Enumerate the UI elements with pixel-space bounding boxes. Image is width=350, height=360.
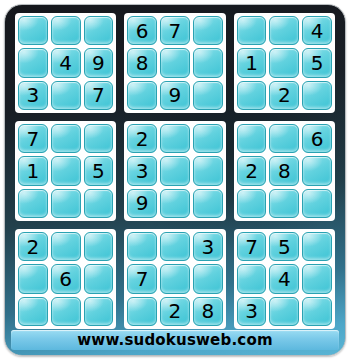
sudoku-cell-r1c9: 4 [302, 16, 332, 45]
sudoku-cell-r9c7: 3 [237, 297, 267, 326]
sudoku-cell-r8c9[interactable] [302, 264, 332, 293]
sudoku-cell-r2c8[interactable] [269, 48, 299, 77]
sudoku-cell-r9c8[interactable] [269, 297, 299, 326]
sudoku-cell-r6c2[interactable] [51, 189, 81, 218]
sudoku-cell-r3c9[interactable] [302, 81, 332, 110]
sudoku-cell-r1c8[interactable] [269, 16, 299, 45]
sudoku-cell-r2c4: 8 [127, 48, 157, 77]
sudoku-box-1: 4937 [15, 13, 116, 113]
sudoku-cell-r9c5: 2 [160, 297, 190, 326]
sudoku-cell-r4c8[interactable] [269, 124, 299, 153]
sudoku-cell-r5c3: 5 [84, 156, 114, 185]
sudoku-cell-r4c4: 2 [127, 124, 157, 153]
sudoku-cell-r6c7[interactable] [237, 189, 267, 218]
sudoku-cell-r6c1[interactable] [18, 189, 48, 218]
sudoku-cell-r1c4: 6 [127, 16, 157, 45]
sudoku-cell-r8c8: 4 [269, 264, 299, 293]
sudoku-cell-r7c4[interactable] [127, 232, 157, 261]
sudoku-box-4: 715 [15, 121, 116, 221]
sudoku-box-9: 7543 [234, 229, 335, 329]
sudoku-cell-r5c7: 2 [237, 156, 267, 185]
sudoku-box-8: 3728 [124, 229, 225, 329]
sudoku-cell-r2c5[interactable] [160, 48, 190, 77]
sudoku-cell-r3c2[interactable] [51, 81, 81, 110]
sudoku-cell-r5c1: 1 [18, 156, 48, 185]
sudoku-cell-r1c3[interactable] [84, 16, 114, 45]
sudoku-cell-r4c1: 7 [18, 124, 48, 153]
sudoku-cell-r5c6[interactable] [193, 156, 223, 185]
sudoku-cell-r2c2: 4 [51, 48, 81, 77]
sudoku-cell-r4c5[interactable] [160, 124, 190, 153]
footer-band: www.sudokusweb.com [11, 330, 339, 350]
sudoku-cell-r1c5: 7 [160, 16, 190, 45]
sudoku-cell-r8c1[interactable] [18, 264, 48, 293]
sudoku-cell-r3c1: 3 [18, 81, 48, 110]
sudoku-cell-r6c3[interactable] [84, 189, 114, 218]
sudoku-cell-r1c1[interactable] [18, 16, 48, 45]
sudoku-box-6: 628 [234, 121, 335, 221]
sudoku-cell-r7c7: 7 [237, 232, 267, 261]
sudoku-cell-r5c5[interactable] [160, 156, 190, 185]
sudoku-cell-r7c6: 3 [193, 232, 223, 261]
sudoku-cell-r5c4: 3 [127, 156, 157, 185]
sudoku-cell-r6c4: 9 [127, 189, 157, 218]
sudoku-cell-r1c7[interactable] [237, 16, 267, 45]
sudoku-cell-r3c4[interactable] [127, 81, 157, 110]
sudoku-cell-r2c7: 1 [237, 48, 267, 77]
sudoku-cell-r9c6: 8 [193, 297, 223, 326]
sudoku-cell-r2c1[interactable] [18, 48, 48, 77]
sudoku-cell-r9c1[interactable] [18, 297, 48, 326]
sudoku-cell-r7c2[interactable] [51, 232, 81, 261]
sudoku-cell-r7c8: 5 [269, 232, 299, 261]
website-link[interactable]: www.sudokusweb.com [77, 331, 272, 349]
sudoku-cell-r6c8[interactable] [269, 189, 299, 218]
sudoku-cell-r1c2[interactable] [51, 16, 81, 45]
sudoku-cell-r4c7[interactable] [237, 124, 267, 153]
sudoku-cell-r9c4[interactable] [127, 297, 157, 326]
sudoku-cell-r1c6[interactable] [193, 16, 223, 45]
page: 4937678941527152396282637287543 www.sudo… [0, 0, 350, 360]
sudoku-cell-r6c6[interactable] [193, 189, 223, 218]
sudoku-box-7: 26 [15, 229, 116, 329]
sudoku-cell-r8c3[interactable] [84, 264, 114, 293]
sudoku-cell-r6c5[interactable] [160, 189, 190, 218]
sudoku-board-frame: 4937678941527152396282637287543 www.sudo… [4, 4, 346, 356]
sudoku-cell-r4c3[interactable] [84, 124, 114, 153]
sudoku-cell-r9c9[interactable] [302, 297, 332, 326]
sudoku-grid: 4937678941527152396282637287543 [15, 13, 335, 329]
sudoku-cell-r4c2[interactable] [51, 124, 81, 153]
sudoku-cell-r2c9: 5 [302, 48, 332, 77]
sudoku-cell-r2c6[interactable] [193, 48, 223, 77]
sudoku-cell-r8c6[interactable] [193, 264, 223, 293]
sudoku-cell-r8c5[interactable] [160, 264, 190, 293]
sudoku-box-3: 4152 [234, 13, 335, 113]
sudoku-cell-r4c6[interactable] [193, 124, 223, 153]
sudoku-cell-r6c9[interactable] [302, 189, 332, 218]
sudoku-box-2: 6789 [124, 13, 225, 113]
sudoku-cell-r9c2[interactable] [51, 297, 81, 326]
sudoku-cell-r7c3[interactable] [84, 232, 114, 261]
sudoku-cell-r7c9[interactable] [302, 232, 332, 261]
sudoku-cell-r3c6[interactable] [193, 81, 223, 110]
sudoku-cell-r7c1: 2 [18, 232, 48, 261]
sudoku-cell-r8c4: 7 [127, 264, 157, 293]
sudoku-cell-r2c3: 9 [84, 48, 114, 77]
sudoku-box-5: 239 [124, 121, 225, 221]
sudoku-cell-r5c8: 8 [269, 156, 299, 185]
sudoku-cell-r3c5: 9 [160, 81, 190, 110]
sudoku-cell-r8c7[interactable] [237, 264, 267, 293]
sudoku-cell-r5c2[interactable] [51, 156, 81, 185]
sudoku-cell-r3c8: 2 [269, 81, 299, 110]
sudoku-cell-r9c3[interactable] [84, 297, 114, 326]
sudoku-cell-r4c9: 6 [302, 124, 332, 153]
sudoku-cell-r5c9[interactable] [302, 156, 332, 185]
sudoku-cell-r7c5[interactable] [160, 232, 190, 261]
sudoku-cell-r8c2: 6 [51, 264, 81, 293]
sudoku-cell-r3c7[interactable] [237, 81, 267, 110]
sudoku-cell-r3c3: 7 [84, 81, 114, 110]
